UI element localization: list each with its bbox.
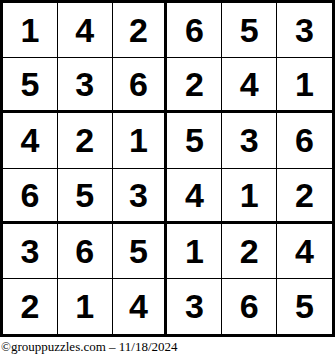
cell-r1c1: 1 [3,3,58,58]
cell-r3c3: 1 [113,113,168,168]
copyright-credit: ©grouppuzzles.com – 11/18/2024 [1,339,334,357]
cell-r1c4: 6 [167,3,222,58]
cell-r1c3: 2 [113,3,168,58]
cell-r6c5: 6 [222,279,277,334]
cell-r1c2: 4 [58,3,113,58]
cell-r2c4: 2 [167,58,222,113]
cell-r3c6: 6 [277,113,332,168]
cell-r5c4: 1 [167,224,222,279]
sudoku-page: 142653536241421536653412365124214365 ©gr… [0,0,335,357]
cell-r5c3: 5 [113,224,168,279]
cell-r2c1: 5 [3,58,58,113]
cell-r4c6: 2 [277,169,332,224]
cell-r6c3: 4 [113,279,168,334]
cell-r5c2: 6 [58,224,113,279]
cell-r3c4: 5 [167,113,222,168]
cell-r4c2: 5 [58,169,113,224]
cell-r6c2: 1 [58,279,113,334]
cell-r2c3: 6 [113,58,168,113]
cell-r4c5: 1 [222,169,277,224]
cell-r4c1: 6 [3,169,58,224]
cell-r3c2: 2 [58,113,113,168]
cell-r3c1: 4 [3,113,58,168]
cell-r1c5: 5 [222,3,277,58]
cell-r5c6: 4 [277,224,332,279]
cell-r5c5: 2 [222,224,277,279]
cell-r6c1: 2 [3,279,58,334]
sudoku-board: 142653536241421536653412365124214365 [0,0,335,337]
cell-r5c1: 3 [3,224,58,279]
cell-r4c4: 4 [167,169,222,224]
cell-r4c3: 3 [113,169,168,224]
cell-r2c6: 1 [277,58,332,113]
cell-r1c6: 3 [277,3,332,58]
cell-r3c5: 3 [222,113,277,168]
cell-r6c4: 3 [167,279,222,334]
cell-r2c2: 3 [58,58,113,113]
cell-r6c6: 5 [277,279,332,334]
cell-r2c5: 4 [222,58,277,113]
